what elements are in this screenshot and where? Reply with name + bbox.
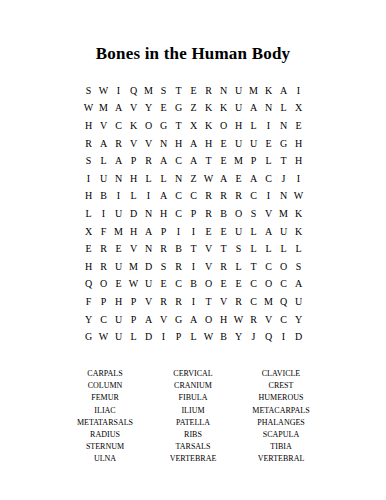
grid-cell-r1c15[interactable]: I xyxy=(291,82,306,100)
grid-cell-r9c5[interactable]: A xyxy=(141,223,156,241)
grid-cell-r12c8[interactable]: B xyxy=(186,276,201,294)
grid-cell-r10c7[interactable]: B xyxy=(171,240,186,258)
grid-cell-r1c2[interactable]: W xyxy=(96,82,111,100)
grid-cell-r15c5[interactable]: D xyxy=(141,328,156,346)
grid-cell-r3c6[interactable]: G xyxy=(156,117,171,135)
grid-cell-r6c12[interactable]: A xyxy=(246,170,261,188)
grid-cell-r4c4[interactable]: V xyxy=(126,135,141,153)
grid-cell-r15c15[interactable]: D xyxy=(291,328,306,346)
grid-cell-r15c12[interactable]: J xyxy=(246,328,261,346)
grid-cell-r3c14[interactable]: N xyxy=(276,117,291,135)
grid-cell-r9c12[interactable]: L xyxy=(246,223,261,241)
grid-cell-r4c1[interactable]: R xyxy=(81,135,96,153)
word-list-item: TARSALS xyxy=(149,441,237,453)
grid-cell-r1c10[interactable]: N xyxy=(216,82,231,100)
word-list-item: CREST xyxy=(237,380,325,392)
grid-cell-r14c9[interactable]: O xyxy=(201,311,216,329)
grid-cell-r11c6[interactable]: S xyxy=(156,258,171,276)
grid-cell-r7c12[interactable]: C xyxy=(246,188,261,206)
grid-cell-r13c14[interactable]: Q xyxy=(276,293,291,311)
grid-cell-r9c3[interactable]: M xyxy=(111,223,126,241)
grid-cell-r14c6[interactable]: V xyxy=(156,311,171,329)
grid-cell-r9c2[interactable]: F xyxy=(96,223,111,241)
grid-cell-r15c10[interactable]: B xyxy=(216,328,231,346)
grid-cell-r4c14[interactable]: G xyxy=(276,135,291,153)
grid-cell-r10c12[interactable]: L xyxy=(246,240,261,258)
grid-cell-r11c5[interactable]: D xyxy=(141,258,156,276)
grid-cell-r6c5[interactable]: L xyxy=(141,170,156,188)
word-list-item: PATELLA xyxy=(149,417,237,429)
grid-cell-r7c13[interactable]: I xyxy=(261,188,276,206)
word-list-item: SCAPULA xyxy=(237,429,325,441)
grid-cell-r14c3[interactable]: U xyxy=(111,311,126,329)
grid-cell-r3c15[interactable]: E xyxy=(291,117,306,135)
grid-cell-r3c12[interactable]: L xyxy=(246,117,261,135)
grid-cell-r10c5[interactable]: N xyxy=(141,240,156,258)
grid-cell-r6c9[interactable]: W xyxy=(201,170,216,188)
grid-cell-r12c4[interactable]: W xyxy=(126,276,141,294)
grid-cell-r1c3[interactable]: I xyxy=(111,82,126,100)
grid-cell-r3c1[interactable]: H xyxy=(81,117,96,135)
grid-cell-r4c2[interactable]: A xyxy=(96,135,111,153)
grid-cell-r9c7[interactable]: I xyxy=(171,223,186,241)
grid-cell-r5c10[interactable]: E xyxy=(216,152,231,170)
grid-cell-r12c6[interactable]: E xyxy=(156,276,171,294)
grid-cell-r2c3[interactable]: A xyxy=(111,100,126,118)
grid-cell-r4c13[interactable]: E xyxy=(261,135,276,153)
grid-cell-r2c6[interactable]: E xyxy=(156,100,171,118)
grid-cell-r11c4[interactable]: M xyxy=(126,258,141,276)
grid-cell-r2c13[interactable]: N xyxy=(261,100,276,118)
grid-cell-r14c4[interactable]: P xyxy=(126,311,141,329)
grid-cell-r14c8[interactable]: A xyxy=(186,311,201,329)
grid-cell-r9c9[interactable]: E xyxy=(201,223,216,241)
grid-cell-r1c14[interactable]: A xyxy=(276,82,291,100)
grid-cell-r2c7[interactable]: G xyxy=(171,100,186,118)
grid-cell-r13c2[interactable]: P xyxy=(96,293,111,311)
grid-cell-r11c3[interactable]: U xyxy=(111,258,126,276)
word-list-column-2: CERVICALCRANIUMFIBULAILIUMPATELLARIBSTAR… xyxy=(149,368,237,466)
grid-cell-r2c15[interactable]: X xyxy=(291,100,306,118)
grid-cell-r10c9[interactable]: V xyxy=(201,240,216,258)
grid-cell-r5c9[interactable]: T xyxy=(201,152,216,170)
grid-cell-r5c12[interactable]: P xyxy=(246,152,261,170)
grid-cell-r15c2[interactable]: W xyxy=(96,328,111,346)
grid-cell-r7c15[interactable]: W xyxy=(291,188,306,206)
grid-cell-r14c7[interactable]: G xyxy=(171,311,186,329)
grid-cell-r7c5[interactable]: I xyxy=(141,188,156,206)
grid-cell-r4c10[interactable]: E xyxy=(216,135,231,153)
grid-cell-r10c1[interactable]: E xyxy=(81,240,96,258)
grid-cell-r9c1[interactable]: X xyxy=(81,223,96,241)
grid-cell-r6c11[interactable]: E xyxy=(231,170,246,188)
grid-cell-r14c13[interactable]: V xyxy=(261,311,276,329)
grid-cell-r2c4[interactable]: V xyxy=(126,100,141,118)
grid-cell-r2c1[interactable]: W xyxy=(81,100,96,118)
word-list-item: PHALANGES xyxy=(237,417,325,429)
grid-cell-r2c8[interactable]: Z xyxy=(186,100,201,118)
word-list-item: RIBS xyxy=(149,429,237,441)
grid-cell-r3c13[interactable]: I xyxy=(261,117,276,135)
grid-cell-r12c14[interactable]: C xyxy=(276,276,291,294)
grid-cell-r2c12[interactable]: A xyxy=(246,100,261,118)
grid-cell-r8c1[interactable]: L xyxy=(81,205,96,223)
grid-cell-r4c12[interactable]: U xyxy=(246,135,261,153)
grid-cell-r9c14[interactable]: U xyxy=(276,223,291,241)
page-title: Bones in the Human Body xyxy=(0,44,386,64)
grid-cell-r5c7[interactable]: C xyxy=(171,152,186,170)
grid-cell-r6c3[interactable]: N xyxy=(111,170,126,188)
grid-cell-r10c3[interactable]: E xyxy=(111,240,126,258)
word-list-column-3: CLAVICLECRESTHUMEROUSMETACARPALSPHALANGE… xyxy=(237,368,325,466)
grid-cell-r13c5[interactable]: V xyxy=(141,293,156,311)
grid-cell-r4c5[interactable]: V xyxy=(141,135,156,153)
grid-cell-r14c11[interactable]: W xyxy=(231,311,246,329)
grid-cell-r13c8[interactable]: I xyxy=(186,293,201,311)
word-list-item: CLAVICLE xyxy=(237,368,325,380)
grid-cell-r6c14[interactable]: J xyxy=(276,170,291,188)
word-list-item: FEMUR xyxy=(61,392,149,404)
grid-cell-r8c9[interactable]: R xyxy=(201,205,216,223)
grid-cell-r13c9[interactable]: T xyxy=(201,293,216,311)
grid-cell-r4c7[interactable]: H xyxy=(171,135,186,153)
grid-cell-r7c3[interactable]: I xyxy=(111,188,126,206)
grid-cell-r6c6[interactable]: L xyxy=(156,170,171,188)
grid-cell-r10c14[interactable]: L xyxy=(276,240,291,258)
grid-cell-r12c7[interactable]: C xyxy=(171,276,186,294)
grid-cell-r4c9[interactable]: H xyxy=(201,135,216,153)
grid-cell-r8c11[interactable]: O xyxy=(231,205,246,223)
grid-cell-r3c10[interactable]: O xyxy=(216,117,231,135)
grid-cell-r1c6[interactable]: S xyxy=(156,82,171,100)
grid-cell-r2c11[interactable]: U xyxy=(231,100,246,118)
grid-cell-r4c3[interactable]: R xyxy=(111,135,126,153)
grid-cell-r6c8[interactable]: Z xyxy=(186,170,201,188)
grid-cell-r3c7[interactable]: T xyxy=(171,117,186,135)
grid-cell-r9c8[interactable]: I xyxy=(186,223,201,241)
grid-cell-r2c9[interactable]: K xyxy=(201,100,216,118)
grid-cell-r3c8[interactable]: X xyxy=(186,117,201,135)
word-search-grid: SWIQMSTERNUMKAIWMAVYEGZKKUANLXHVCKOGTXKO… xyxy=(81,82,306,346)
word-list-item: HUMEROUS xyxy=(237,392,325,404)
grid-cell-r13c13[interactable]: M xyxy=(261,293,276,311)
grid-cell-r10c11[interactable]: S xyxy=(231,240,246,258)
grid-cell-r8c14[interactable]: M xyxy=(276,205,291,223)
grid-cell-r5c8[interactable]: A xyxy=(186,152,201,170)
grid-cell-r8c8[interactable]: P xyxy=(186,205,201,223)
grid-cell-r5c3[interactable]: A xyxy=(111,152,126,170)
grid-cell-r11c9[interactable]: V xyxy=(201,258,216,276)
grid-cell-r11c2[interactable]: R xyxy=(96,258,111,276)
grid-cell-r5c5[interactable]: R xyxy=(141,152,156,170)
grid-cell-r8c7[interactable]: C xyxy=(171,205,186,223)
grid-cell-r6c2[interactable]: U xyxy=(96,170,111,188)
grid-cell-r15c9[interactable]: W xyxy=(201,328,216,346)
word-list-item: CARPALS xyxy=(61,368,149,380)
grid-cell-r11c15[interactable]: S xyxy=(291,258,306,276)
grid-cell-r9c10[interactable]: E xyxy=(216,223,231,241)
word-list: CARPALSCOLUMNFEMURILIACMETATARSALSRADIUS… xyxy=(61,368,325,466)
grid-cell-r4c6[interactable]: N xyxy=(156,135,171,153)
grid-cell-r12c1[interactable]: Q xyxy=(81,276,96,294)
grid-cell-r13c15[interactable]: U xyxy=(291,293,306,311)
grid-cell-r10c10[interactable]: T xyxy=(216,240,231,258)
grid-cell-r10c15[interactable]: L xyxy=(291,240,306,258)
grid-cell-r9c4[interactable]: H xyxy=(126,223,141,241)
grid-cell-r7c8[interactable]: C xyxy=(186,188,201,206)
grid-cell-r14c1[interactable]: Y xyxy=(81,311,96,329)
grid-cell-r2c5[interactable]: Y xyxy=(141,100,156,118)
grid-cell-r5c4[interactable]: P xyxy=(126,152,141,170)
grid-cell-r3c9[interactable]: K xyxy=(201,117,216,135)
grid-cell-r7c2[interactable]: B xyxy=(96,188,111,206)
word-list-item: ILIUM xyxy=(149,405,237,417)
grid-cell-r15c13[interactable]: Q xyxy=(261,328,276,346)
grid-cell-r9c11[interactable]: U xyxy=(231,223,246,241)
grid-cell-r6c10[interactable]: A xyxy=(216,170,231,188)
grid-cell-r11c14[interactable]: O xyxy=(276,258,291,276)
grid-cell-r13c10[interactable]: V xyxy=(216,293,231,311)
grid-cell-r15c1[interactable]: G xyxy=(81,328,96,346)
grid-cell-r3c11[interactable]: H xyxy=(231,117,246,135)
word-list-item: VERTEBRAE xyxy=(149,453,237,465)
grid-cell-r12c11[interactable]: E xyxy=(231,276,246,294)
grid-cell-r9c6[interactable]: P xyxy=(156,223,171,241)
grid-cell-r11c1[interactable]: H xyxy=(81,258,96,276)
grid-cell-r1c7[interactable]: T xyxy=(171,82,186,100)
grid-cell-r7c7[interactable]: C xyxy=(171,188,186,206)
grid-cell-r2c10[interactable]: K xyxy=(216,100,231,118)
grid-cell-r10c13[interactable]: L xyxy=(261,240,276,258)
grid-cell-r1c8[interactable]: E xyxy=(186,82,201,100)
grid-cell-r4c11[interactable]: U xyxy=(231,135,246,153)
grid-cell-r6c15[interactable]: I xyxy=(291,170,306,188)
grid-cell-r15c8[interactable]: L xyxy=(186,328,201,346)
grid-cell-r5c14[interactable]: T xyxy=(276,152,291,170)
grid-cell-r12c10[interactable]: E xyxy=(216,276,231,294)
grid-cell-r5c6[interactable]: A xyxy=(156,152,171,170)
word-list-item: CRANIUM xyxy=(149,380,237,392)
grid-cell-r12c2[interactable]: O xyxy=(96,276,111,294)
grid-cell-r15c14[interactable]: I xyxy=(276,328,291,346)
grid-cell-r15c4[interactable]: L xyxy=(126,328,141,346)
grid-cell-r15c6[interactable]: I xyxy=(156,328,171,346)
word-list-item: FIBULA xyxy=(149,392,237,404)
grid-cell-r1c9[interactable]: R xyxy=(201,82,216,100)
grid-cell-r8c2[interactable]: I xyxy=(96,205,111,223)
grid-cell-r8c6[interactable]: H xyxy=(156,205,171,223)
grid-cell-r10c8[interactable]: T xyxy=(186,240,201,258)
grid-cell-r11c13[interactable]: C xyxy=(261,258,276,276)
word-list-item: METACARPALS xyxy=(237,405,325,417)
grid-cell-r5c15[interactable]: H xyxy=(291,152,306,170)
word-list-item: ULNA xyxy=(61,453,149,465)
grid-cell-r14c5[interactable]: A xyxy=(141,311,156,329)
grid-cell-r3c5[interactable]: O xyxy=(141,117,156,135)
word-list-item: COLUMN xyxy=(61,380,149,392)
grid-cell-r6c4[interactable]: H xyxy=(126,170,141,188)
grid-cell-r7c10[interactable]: R xyxy=(216,188,231,206)
grid-cell-r8c12[interactable]: S xyxy=(246,205,261,223)
grid-cell-r7c6[interactable]: A xyxy=(156,188,171,206)
grid-cell-r7c11[interactable]: R xyxy=(231,188,246,206)
grid-cell-r1c1[interactable]: S xyxy=(81,82,96,100)
grid-cell-r8c4[interactable]: D xyxy=(126,205,141,223)
grid-cell-r8c10[interactable]: B xyxy=(216,205,231,223)
grid-cell-r14c12[interactable]: R xyxy=(246,311,261,329)
grid-cell-r9c15[interactable]: K xyxy=(291,223,306,241)
grid-cell-r1c4[interactable]: Q xyxy=(126,82,141,100)
grid-cell-r7c4[interactable]: L xyxy=(126,188,141,206)
grid-cell-r5c2[interactable]: L xyxy=(96,152,111,170)
grid-cell-r9c13[interactable]: A xyxy=(261,223,276,241)
grid-cell-r13c4[interactable]: P xyxy=(126,293,141,311)
grid-cell-r7c14[interactable]: N xyxy=(276,188,291,206)
grid-cell-r13c3[interactable]: H xyxy=(111,293,126,311)
grid-cell-r13c11[interactable]: R xyxy=(231,293,246,311)
grid-cell-r12c15[interactable]: A xyxy=(291,276,306,294)
grid-cell-r10c6[interactable]: R xyxy=(156,240,171,258)
grid-cell-r3c4[interactable]: K xyxy=(126,117,141,135)
grid-cell-r14c14[interactable]: C xyxy=(276,311,291,329)
grid-cell-r14c10[interactable]: H xyxy=(216,311,231,329)
grid-cell-r4c15[interactable]: H xyxy=(291,135,306,153)
grid-cell-r12c5[interactable]: U xyxy=(141,276,156,294)
grid-cell-r13c6[interactable]: R xyxy=(156,293,171,311)
grid-cell-r8c3[interactable]: U xyxy=(111,205,126,223)
grid-cell-r4c8[interactable]: A xyxy=(186,135,201,153)
word-list-item: RADIUS xyxy=(61,429,149,441)
grid-cell-r2c14[interactable]: L xyxy=(276,100,291,118)
grid-cell-r11c11[interactable]: L xyxy=(231,258,246,276)
grid-cell-r5c11[interactable]: M xyxy=(231,152,246,170)
grid-cell-r11c12[interactable]: T xyxy=(246,258,261,276)
grid-cell-r11c8[interactable]: I xyxy=(186,258,201,276)
grid-cell-r15c7[interactable]: P xyxy=(171,328,186,346)
grid-cell-r12c12[interactable]: C xyxy=(246,276,261,294)
word-list-item: STERNUM xyxy=(61,441,149,453)
grid-cell-r15c11[interactable]: Y xyxy=(231,328,246,346)
grid-cell-r3c3[interactable]: C xyxy=(111,117,126,135)
grid-cell-r5c13[interactable]: L xyxy=(261,152,276,170)
grid-cell-r1c5[interactable]: M xyxy=(141,82,156,100)
grid-cell-r1c12[interactable]: M xyxy=(246,82,261,100)
grid-cell-r1c13[interactable]: K xyxy=(261,82,276,100)
grid-cell-r5c1[interactable]: S xyxy=(81,152,96,170)
word-list-item: VERTEBRAL xyxy=(237,453,325,465)
word-list-item: CERVICAL xyxy=(149,368,237,380)
grid-cell-r10c4[interactable]: V xyxy=(126,240,141,258)
grid-cell-r6c1[interactable]: I xyxy=(81,170,96,188)
grid-cell-r8c5[interactable]: N xyxy=(141,205,156,223)
grid-cell-r13c12[interactable]: C xyxy=(246,293,261,311)
grid-cell-r12c3[interactable]: E xyxy=(111,276,126,294)
grid-cell-r6c7[interactable]: N xyxy=(171,170,186,188)
grid-cell-r14c2[interactable]: C xyxy=(96,311,111,329)
grid-cell-r7c9[interactable]: R xyxy=(201,188,216,206)
grid-cell-r12c13[interactable]: O xyxy=(261,276,276,294)
grid-cell-r13c1[interactable]: F xyxy=(81,293,96,311)
grid-cell-r15c3[interactable]: U xyxy=(111,328,126,346)
grid-cell-r8c15[interactable]: K xyxy=(291,205,306,223)
word-list-item: METATARSALS xyxy=(61,417,149,429)
grid-cell-r3c2[interactable]: V xyxy=(96,117,111,135)
grid-cell-r6c13[interactable]: C xyxy=(261,170,276,188)
grid-cell-r8c13[interactable]: V xyxy=(261,205,276,223)
word-list-item: TIBIA xyxy=(237,441,325,453)
grid-cell-r13c7[interactable]: R xyxy=(171,293,186,311)
grid-cell-r1c11[interactable]: U xyxy=(231,82,246,100)
grid-cell-r11c10[interactable]: R xyxy=(216,258,231,276)
grid-cell-r11c7[interactable]: R xyxy=(171,258,186,276)
word-list-item: ILIAC xyxy=(61,405,149,417)
word-list-column-1: CARPALSCOLUMNFEMURILIACMETATARSALSRADIUS… xyxy=(61,368,149,466)
grid-cell-r10c2[interactable]: R xyxy=(96,240,111,258)
grid-cell-r2c2[interactable]: M xyxy=(96,100,111,118)
grid-cell-r12c9[interactable]: O xyxy=(201,276,216,294)
grid-cell-r14c15[interactable]: Y xyxy=(291,311,306,329)
grid-cell-r7c1[interactable]: H xyxy=(81,188,96,206)
